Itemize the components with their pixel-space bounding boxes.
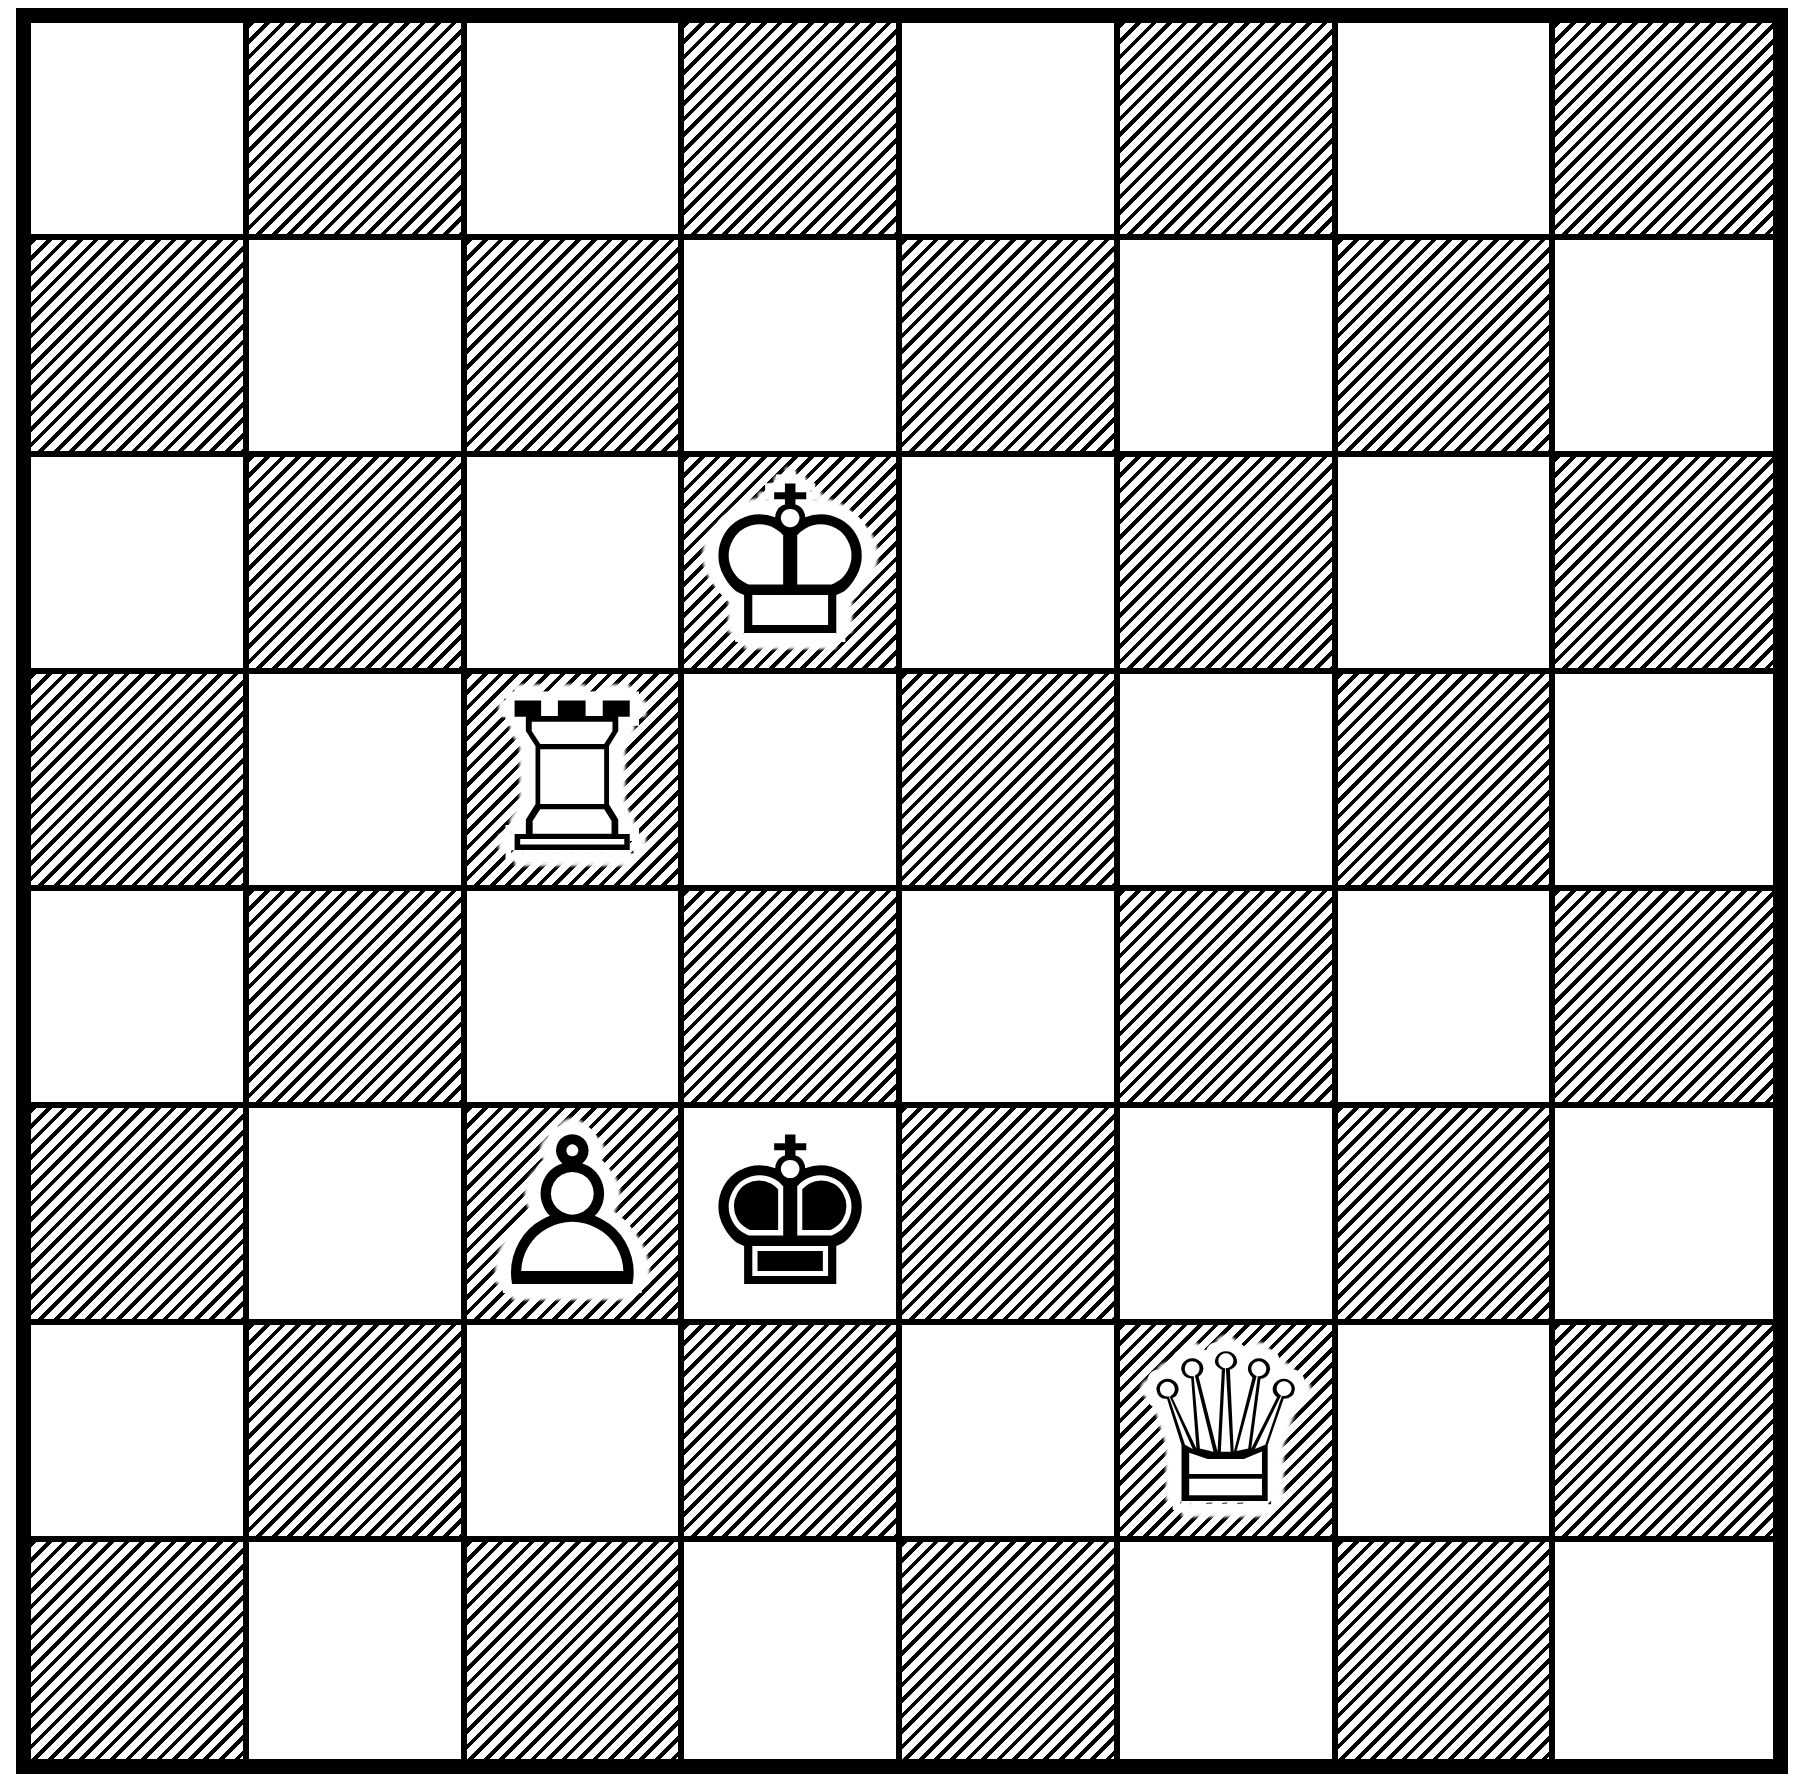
square-d8 [684,23,902,240]
white-king-glyph: ♔ [684,457,896,668]
square-b1 [249,1542,467,1759]
chess-diagram: ♚♔♜♖♟♙♚♚♛♕ [0,0,1800,1788]
square-e2 [902,1325,1120,1542]
square-g2 [1338,1325,1556,1542]
square-a6 [31,457,249,674]
square-f6 [1120,457,1338,674]
square-g3 [1338,1108,1556,1325]
square-a3 [31,1108,249,1325]
square-f1 [1120,1542,1338,1759]
square-b4 [249,891,467,1108]
square-f2: ♛♕ [1120,1325,1338,1542]
white-rook-c5: ♜♖ [467,674,679,885]
square-c6 [467,457,685,674]
square-a7 [31,240,249,457]
square-f7 [1120,240,1338,457]
square-g6 [1338,457,1556,674]
square-b6 [249,457,467,674]
white-queen-f2: ♛♕ [1120,1325,1332,1536]
square-e3 [902,1108,1120,1325]
square-b5 [249,674,467,891]
square-a5 [31,674,249,891]
square-d6: ♚♔ [684,457,902,674]
square-b7 [249,240,467,457]
square-h7 [1555,240,1773,457]
square-a4 [31,891,249,1108]
square-e4 [902,891,1120,1108]
square-c3: ♟♙ [467,1108,685,1325]
square-d4 [684,891,902,1108]
square-g7 [1338,240,1556,457]
square-d3: ♚♚ [684,1108,902,1325]
square-c7 [467,240,685,457]
chess-board: ♚♔♜♖♟♙♚♚♛♕ [31,23,1773,1759]
square-e5 [902,674,1120,891]
square-h8 [1555,23,1773,240]
square-e1 [902,1542,1120,1759]
square-h2 [1555,1325,1773,1542]
square-h4 [1555,891,1773,1108]
square-g5 [1338,674,1556,891]
square-d5 [684,674,902,891]
square-b2 [249,1325,467,1542]
white-rook-glyph: ♖ [467,674,679,885]
square-g8 [1338,23,1556,240]
square-f4 [1120,891,1338,1108]
square-h6 [1555,457,1773,674]
white-pawn-glyph: ♙ [467,1108,679,1319]
square-e8 [902,23,1120,240]
square-d1 [684,1542,902,1759]
black-king-glyph: ♚ [684,1108,896,1319]
board-frame: ♚♔♜♖♟♙♚♚♛♕ [16,8,1788,1774]
square-c5: ♜♖ [467,674,685,891]
square-f8 [1120,23,1338,240]
square-e6 [902,457,1120,674]
square-h1 [1555,1542,1773,1759]
white-queen-glyph: ♕ [1120,1325,1332,1536]
square-b3 [249,1108,467,1325]
square-c4 [467,891,685,1108]
square-h3 [1555,1108,1773,1325]
square-b8 [249,23,467,240]
square-c2 [467,1325,685,1542]
square-f5 [1120,674,1338,891]
square-a8 [31,23,249,240]
white-pawn-c3: ♟♙ [467,1108,679,1319]
black-king-d3: ♚♚ [684,1108,896,1319]
square-g4 [1338,891,1556,1108]
square-c1 [467,1542,685,1759]
white-king-d6: ♚♔ [684,457,896,668]
square-d7 [684,240,902,457]
square-g1 [1338,1542,1556,1759]
square-c8 [467,23,685,240]
square-h5 [1555,674,1773,891]
square-a2 [31,1325,249,1542]
square-d2 [684,1325,902,1542]
square-e7 [902,240,1120,457]
square-a1 [31,1542,249,1759]
square-f3 [1120,1108,1338,1325]
